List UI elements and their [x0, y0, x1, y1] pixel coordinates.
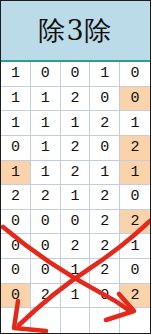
grid-cell-r7c5[interactable]: 2 [120, 210, 150, 235]
grid-cell-r4c2[interactable]: 1 [31, 136, 61, 161]
grid-cell-r8c3[interactable]: 2 [61, 234, 91, 259]
grid-cell-r10c1[interactable]: 0 [1, 284, 31, 309]
grid-cell-r11c3[interactable] [61, 308, 91, 333]
grid-cell-r11c2[interactable] [31, 308, 61, 333]
grid-cell-r5c4[interactable]: 1 [90, 161, 120, 186]
grid-cell-r2c5[interactable]: 0 [120, 87, 150, 112]
grid-cell-r2c1[interactable]: 1 [1, 87, 31, 112]
grid-cell-r11c1[interactable] [1, 308, 31, 333]
grid-cell-r5c5[interactable]: 1 [120, 161, 150, 186]
grid-cell-r2c3[interactable]: 2 [61, 87, 91, 112]
grid-cell-r8c1[interactable]: 0 [1, 234, 31, 259]
grid-cell-r4c4[interactable]: 0 [90, 136, 120, 161]
grid-cell-r9c4[interactable]: 2 [90, 259, 120, 284]
grid-cell-r3c4[interactable]: 2 [90, 111, 120, 136]
grid-cell-r3c1[interactable]: 1 [1, 111, 31, 136]
grid-cell-r6c1[interactable]: 2 [1, 185, 31, 210]
grid-cell-r1c2[interactable]: 0 [31, 62, 61, 87]
grid-cell-r8c2[interactable]: 0 [31, 234, 61, 259]
grid-cell-r5c1[interactable]: 1 [1, 161, 31, 186]
grid-cell-r1c1[interactable]: 1 [1, 62, 31, 87]
grid-cell-r1c3[interactable]: 0 [61, 62, 91, 87]
grid-cell-r3c2[interactable]: 1 [31, 111, 61, 136]
grid-cell-r9c2[interactable]: 0 [31, 259, 61, 284]
grid-cell-r4c5[interactable]: 2 [120, 136, 150, 161]
grid-cell-r1c4[interactable]: 1 [90, 62, 120, 87]
worksheet: 除3除 100101120011121012021121122120000220… [0, 0, 151, 334]
grid-cell-r11c5[interactable] [120, 308, 150, 333]
grid-cell-r3c5[interactable]: 1 [120, 111, 150, 136]
page-title: 除3除 [1, 1, 150, 62]
grid-cell-r10c4[interactable]: 0 [90, 284, 120, 309]
grid-cell-r6c3[interactable]: 1 [61, 185, 91, 210]
grid-cell-r9c5[interactable]: 0 [120, 259, 150, 284]
grid-cell-r7c1[interactable]: 0 [1, 210, 31, 235]
grid-cell-r9c3[interactable]: 1 [61, 259, 91, 284]
grid-cell-r6c4[interactable]: 2 [90, 185, 120, 210]
grid-cell-r5c3[interactable]: 2 [61, 161, 91, 186]
grid-cell-r10c2[interactable]: 2 [31, 284, 61, 309]
grid-cell-r7c3[interactable]: 0 [61, 210, 91, 235]
grid-cell-r10c3[interactable]: 1 [61, 284, 91, 309]
grid-cell-r2c4[interactable]: 0 [90, 87, 120, 112]
grid-cell-r6c5[interactable]: 0 [120, 185, 150, 210]
grid-cell-r11c4[interactable] [90, 308, 120, 333]
number-grid: 1001011200111210120211211221200002200221… [1, 62, 150, 333]
grid-cell-r3c3[interactable]: 1 [61, 111, 91, 136]
grid-cell-r4c3[interactable]: 2 [61, 136, 91, 161]
grid-cell-r4c1[interactable]: 0 [1, 136, 31, 161]
grid-cell-r9c1[interactable]: 0 [1, 259, 31, 284]
grid-cell-r7c4[interactable]: 2 [90, 210, 120, 235]
grid-cell-r6c2[interactable]: 2 [31, 185, 61, 210]
grid-cell-r8c5[interactable]: 1 [120, 234, 150, 259]
grid-cell-r2c2[interactable]: 1 [31, 87, 61, 112]
grid-cell-r8c4[interactable]: 2 [90, 234, 120, 259]
grid-cell-r10c5[interactable]: 2 [120, 284, 150, 309]
grid-cell-r1c5[interactable]: 0 [120, 62, 150, 87]
grid-cell-r7c2[interactable]: 0 [31, 210, 61, 235]
grid-cell-r5c2[interactable]: 1 [31, 161, 61, 186]
